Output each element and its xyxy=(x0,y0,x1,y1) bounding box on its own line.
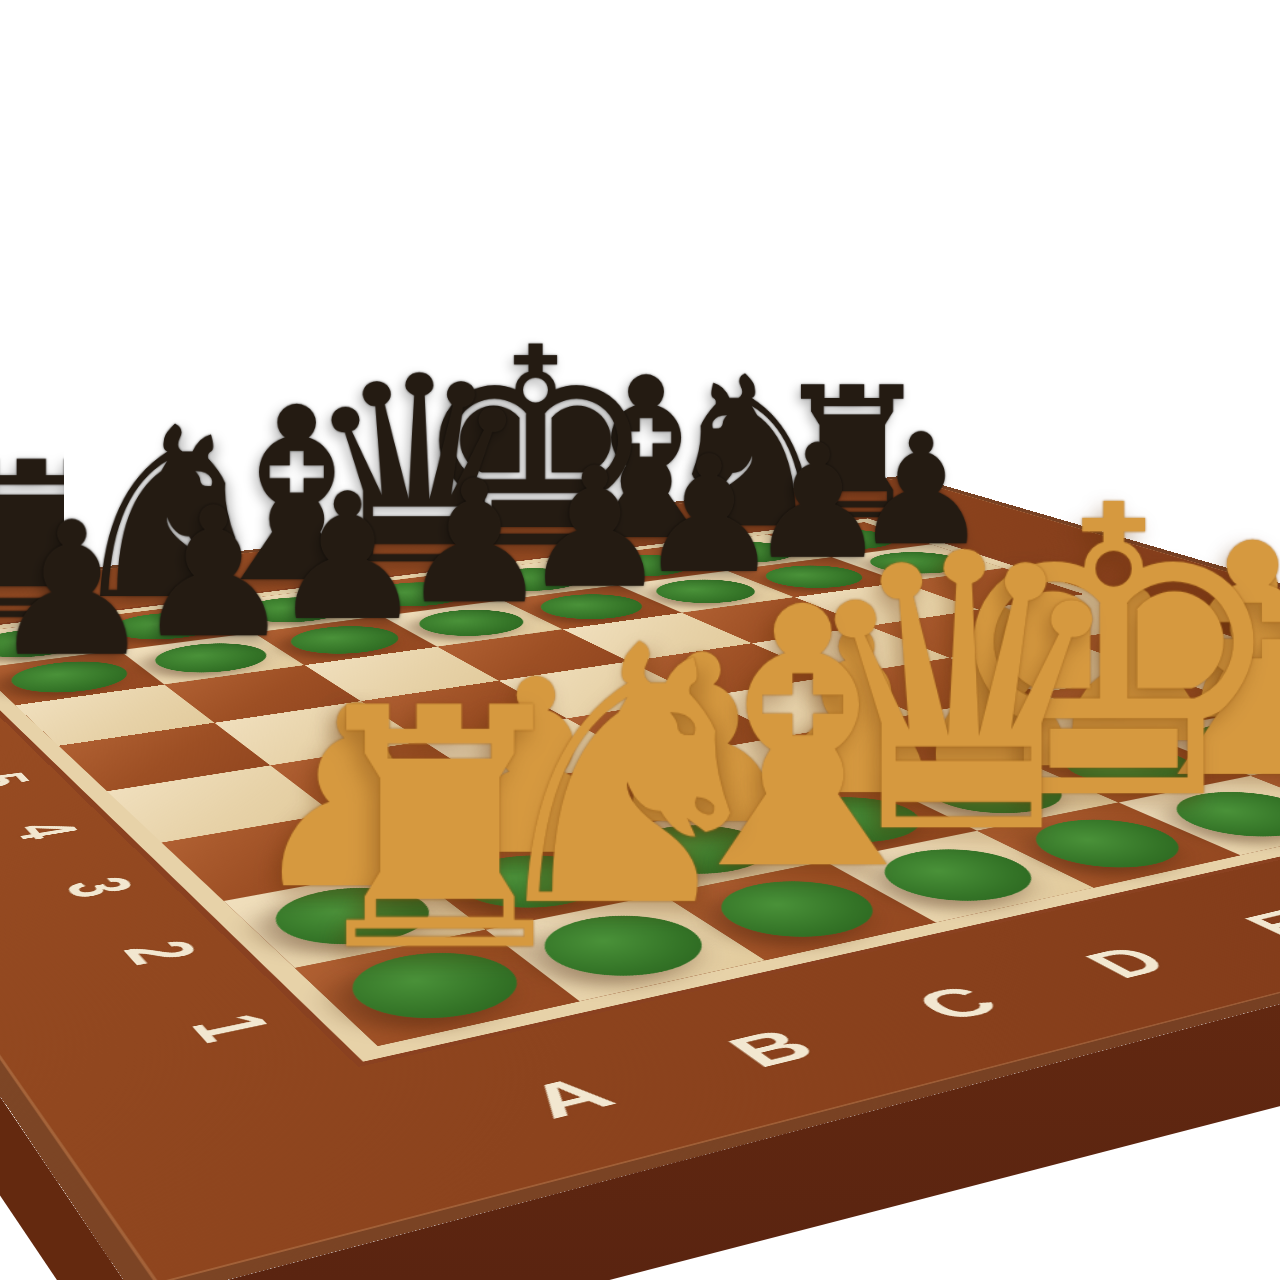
file-label-C: C xyxy=(897,978,1018,1030)
square-a1[interactable]: ♜ xyxy=(295,930,580,1046)
rank-label-5: 5 xyxy=(0,768,47,792)
file-label-A: A xyxy=(509,1067,630,1129)
rank-label-1: 1 xyxy=(169,1007,294,1049)
chess-board: ♜♞♝♛♚♝♞♜♟♟♟♟♟♟♟♟♟♟♟♟♟♟♟♟♜♞♝♛♚♝♞♜ ABCDEFG… xyxy=(0,475,1280,1280)
product-photo-scene: ♜♞♝♛♚♝♞♜♟♟♟♟♟♟♟♟♟♟♟♟♟♟♟♟♜♞♝♛♚♝♞♜ ABCDEFG… xyxy=(0,0,1280,1280)
rank-label-4: 4 xyxy=(0,817,97,845)
file-label-D: D xyxy=(1068,939,1188,987)
camera-perspective: ♜♞♝♛♚♝♞♜♟♟♟♟♟♟♟♟♟♟♟♟♟♟♟♟♜♞♝♛♚♝♞♜ ABCDEFG… xyxy=(0,0,1280,1280)
board-grid: ♜♞♝♛♚♝♞♜♟♟♟♟♟♟♟♟♟♟♟♟♟♟♟♟♜♞♝♛♚♝♞♜ xyxy=(0,522,1280,1046)
file-label-E: E xyxy=(1227,903,1280,946)
white-rook-icon: ♜ xyxy=(156,674,722,989)
rank-label-6: 6 xyxy=(0,726,3,748)
black-pawn-icon: ♟ xyxy=(0,503,266,679)
file-label-B: B xyxy=(711,1020,832,1077)
